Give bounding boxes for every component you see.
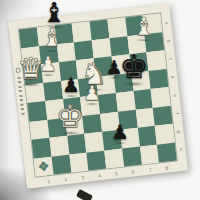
photo-background: ❖ 12345678 abcdefgh ♝♝♝♟♟♚♛♞♟♟♚♟ <box>0 0 200 200</box>
black-pawn[interactable]: ♟ <box>111 122 129 142</box>
black-king[interactable]: ♚ <box>119 50 149 83</box>
black-pawn[interactable]: ♟ <box>62 75 80 95</box>
white-queen[interactable]: ♛ <box>18 54 45 84</box>
white-king[interactable]: ♚ <box>56 101 84 132</box>
white-bishop[interactable]: ♝ <box>41 26 63 50</box>
white-bishop[interactable]: ♝ <box>133 14 155 39</box>
white-pawn[interactable]: ♟ <box>83 83 101 103</box>
pieces-layer: ♝♝♝♟♟♚♛♞♟♟♚♟ <box>0 0 200 200</box>
black-bishop[interactable]: ♝ <box>42 0 66 26</box>
